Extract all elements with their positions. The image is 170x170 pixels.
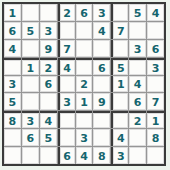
cell-r9c5[interactable]: 4 [76,147,93,164]
given-digit: 4 [117,133,125,144]
cell-r4c6[interactable]: 6 [93,58,110,75]
given-digit: 1 [26,62,34,73]
given-digit: 4 [152,7,160,18]
given-digit: 7 [117,25,125,36]
cell-r2c5[interactable] [76,22,93,39]
cell-r3c7[interactable] [111,40,128,57]
cell-r7c4[interactable] [58,111,75,128]
cell-r8c8[interactable] [129,129,146,146]
cell-r8c2[interactable]: 6 [22,129,39,146]
given-digit: 7 [63,43,71,54]
cell-r5c8[interactable]: 4 [129,76,146,93]
cell-r3c1[interactable]: 4 [4,40,21,57]
cell-r1c5[interactable]: 6 [76,4,93,21]
cell-r8c9[interactable]: 8 [147,129,164,146]
cell-r7c1[interactable]: 8 [4,111,21,128]
sudoku-page: 1263546534749736124653362145319678342165… [0,0,170,170]
given-digit: 3 [9,79,17,90]
cell-r4c8[interactable] [129,58,146,75]
given-digit: 2 [44,62,52,73]
cell-r9c7[interactable]: 3 [111,147,128,164]
cell-r9c9[interactable] [147,147,164,164]
cell-r3c5[interactable] [76,40,93,57]
given-digit: 9 [44,43,52,54]
given-digit: 1 [80,97,88,108]
cell-r4c3[interactable]: 2 [40,58,57,75]
cell-r9c4[interactable]: 6 [58,147,75,164]
cell-r4c4[interactable]: 4 [58,58,75,75]
cell-r9c2[interactable] [22,147,39,164]
given-digit: 3 [134,43,142,54]
cell-r9c6[interactable]: 8 [93,147,110,164]
cell-r4c5[interactable] [76,58,93,75]
given-digit: 4 [134,79,142,90]
given-digit: 2 [63,7,71,18]
cell-r1c4[interactable]: 2 [58,4,75,21]
given-digit: 4 [44,116,52,127]
cell-r6c3[interactable] [40,93,57,110]
cell-r7c6[interactable] [93,111,110,128]
cell-r6c2[interactable] [22,93,39,110]
given-digit: 2 [80,79,88,90]
given-digit: 3 [98,7,106,18]
cell-r6c5[interactable]: 1 [76,93,93,110]
cell-r2c1[interactable]: 6 [4,22,21,39]
given-digit: 3 [44,25,52,36]
cell-r7c8[interactable]: 2 [129,111,146,128]
cell-r2c2[interactable]: 5 [22,22,39,39]
cell-r9c1[interactable] [4,147,21,164]
cell-r2c9[interactable] [147,22,164,39]
given-digit: 2 [134,116,142,127]
cell-r1c3[interactable] [40,4,57,21]
cell-r6c4[interactable]: 3 [58,93,75,110]
cell-r2c3[interactable]: 3 [40,22,57,39]
cell-r5c4[interactable] [58,76,75,93]
given-digit: 6 [44,79,52,90]
cell-r8c5[interactable]: 3 [76,129,93,146]
cell-r3c8[interactable]: 3 [129,40,146,57]
given-digit: 6 [26,133,34,144]
given-digit: 3 [26,116,34,127]
given-digit: 6 [152,43,160,54]
cell-r5c5[interactable]: 2 [76,76,93,93]
cell-r3c6[interactable] [93,40,110,57]
cell-r8c6[interactable] [93,129,110,146]
cell-r1c8[interactable]: 5 [129,4,146,21]
given-digit: 4 [9,43,17,54]
cell-r1c1[interactable]: 1 [4,4,21,21]
cell-r8c7[interactable]: 4 [111,129,128,146]
cell-r6c8[interactable]: 6 [129,93,146,110]
given-digit: 1 [9,7,17,18]
cell-r2c6[interactable]: 4 [93,22,110,39]
cell-r6c1[interactable]: 5 [4,93,21,110]
given-digit: 3 [80,133,88,144]
cell-r5c1[interactable]: 3 [4,76,21,93]
cell-r6c9[interactable]: 7 [147,93,164,110]
given-digit: 6 [80,7,88,18]
cell-r3c3[interactable]: 9 [40,40,57,57]
cell-r7c7[interactable] [111,111,128,128]
given-digit: 7 [152,97,160,108]
cell-r2c7[interactable]: 7 [111,22,128,39]
cell-r4c1[interactable] [4,58,21,75]
cell-r3c9[interactable]: 6 [147,40,164,57]
given-digit: 8 [152,133,160,144]
cell-r5c9[interactable] [147,76,164,93]
cell-r4c2[interactable]: 1 [22,58,39,75]
cell-r3c2[interactable] [22,40,39,57]
given-digit: 6 [9,25,17,36]
given-digit: 8 [9,116,17,127]
given-digit: 8 [98,151,106,162]
cell-r2c8[interactable] [129,22,146,39]
given-digit: 5 [44,133,52,144]
cell-r1c9[interactable]: 4 [147,4,164,21]
cell-r8c1[interactable] [4,129,21,146]
given-digit: 4 [98,25,106,36]
given-digit: 5 [9,97,17,108]
given-digit: 3 [63,97,71,108]
cell-r8c4[interactable] [58,129,75,146]
cell-r8c3[interactable]: 5 [40,129,57,146]
cell-r5c6[interactable] [93,76,110,93]
given-digit: 9 [98,97,106,108]
cell-r1c6[interactable]: 3 [93,4,110,21]
cell-r1c7[interactable] [111,4,128,21]
given-digit: 6 [98,62,106,73]
cell-r5c7[interactable]: 1 [111,76,128,93]
sudoku-board: 1263546534749736124653362145319678342165… [2,2,166,166]
given-digit: 6 [134,97,142,108]
given-digit: 5 [117,62,125,73]
cell-r7c2[interactable]: 3 [22,111,39,128]
cell-r5c3[interactable]: 6 [40,76,57,93]
cell-r9c3[interactable] [40,147,57,164]
cell-r4c9[interactable]: 3 [147,58,164,75]
cell-r6c6[interactable]: 9 [93,93,110,110]
cell-r6c7[interactable] [111,93,128,110]
cell-r2c4[interactable] [58,22,75,39]
given-digit: 3 [152,62,160,73]
given-digit: 3 [117,151,125,162]
cell-r5c2[interactable] [22,76,39,93]
given-digit: 4 [80,151,88,162]
given-digit: 6 [63,151,71,162]
cell-r7c5[interactable] [76,111,93,128]
given-digit: 4 [63,62,71,73]
cell-r1c2[interactable] [22,4,39,21]
given-digit: 5 [134,7,142,18]
given-digit: 5 [26,25,34,36]
cell-r7c9[interactable]: 1 [147,111,164,128]
given-digit: 1 [117,79,125,90]
cell-r3c4[interactable]: 7 [58,40,75,57]
cell-r4c7[interactable]: 5 [111,58,128,75]
cell-r7c3[interactable]: 4 [40,111,57,128]
cell-r9c8[interactable] [129,147,146,164]
given-digit: 1 [152,116,160,127]
